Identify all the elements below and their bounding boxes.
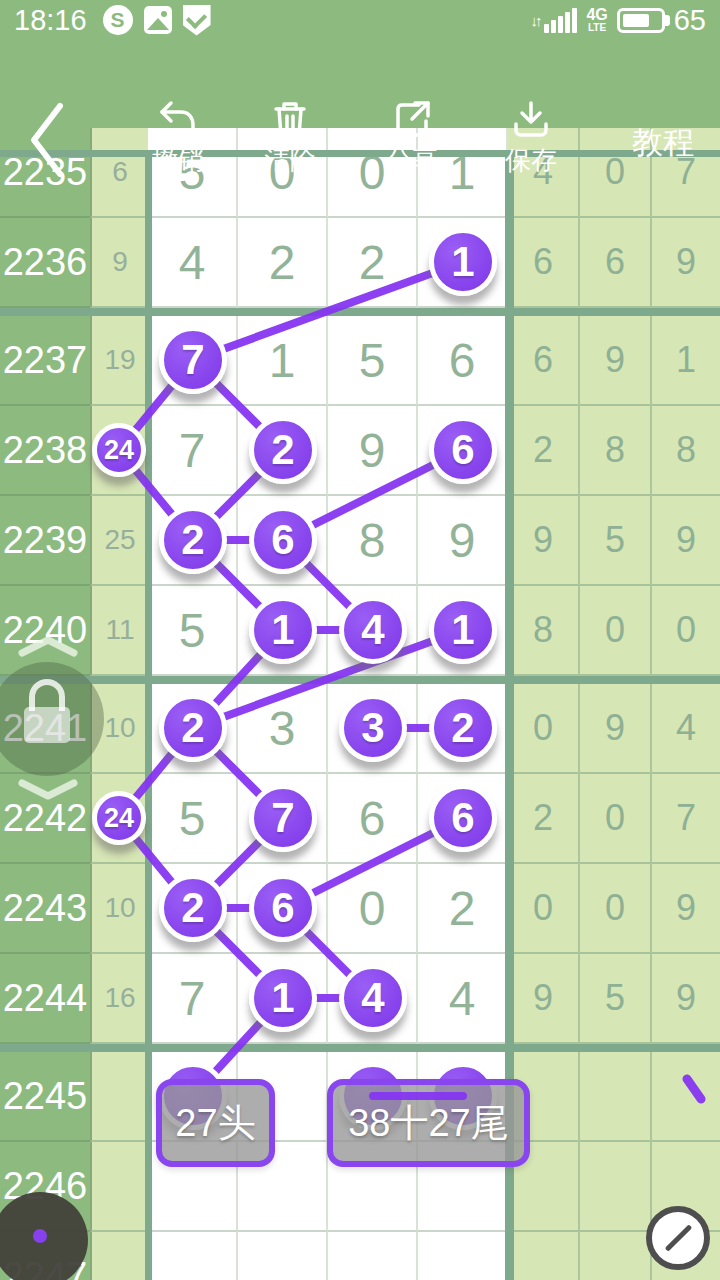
mark-circle[interactable]: 2: [159, 874, 227, 942]
period-label: 2238: [0, 406, 90, 496]
back-button[interactable]: [26, 100, 66, 180]
stat-cell[interactable]: 10: [90, 864, 148, 954]
tail-cell[interactable]: 9: [508, 496, 580, 586]
group-separator: [0, 676, 720, 684]
tail-cell[interactable]: 1: [652, 316, 720, 406]
digit-cell[interactable]: 5: [148, 586, 238, 676]
digit-cell[interactable]: [148, 1232, 238, 1280]
digit-cell[interactable]: 7: [148, 954, 238, 1044]
digit-cell[interactable]: [418, 1232, 508, 1280]
share-label: 分享: [386, 143, 438, 178]
digit-cell[interactable]: 8: [328, 496, 418, 586]
tail-cell[interactable]: 9: [580, 684, 652, 774]
mark-circle[interactable]: 2: [159, 506, 227, 574]
mark-circle[interactable]: 2: [429, 694, 497, 762]
battery-percent: 65: [674, 4, 706, 37]
app-screen: 18:16 S ↓↑ 4G LTE 65: [0, 0, 720, 1280]
tail-cell[interactable]: 2: [508, 406, 580, 496]
clear-label: 清除: [264, 143, 316, 178]
tail-cell[interactable]: 0: [580, 864, 652, 954]
digit-cell[interactable]: 0: [328, 864, 418, 954]
annotation-label[interactable]: 38十27尾: [327, 1079, 530, 1167]
save-button[interactable]: 保存: [466, 96, 596, 178]
digit-cell[interactable]: 2: [418, 864, 508, 954]
digit-cell[interactable]: 2: [328, 218, 418, 308]
stat-cell[interactable]: 19: [90, 316, 148, 406]
stat-cell[interactable]: 25: [90, 496, 148, 586]
data-arrows-icon: ↓↑: [530, 12, 539, 29]
battery-icon: [617, 8, 665, 33]
mark-circle[interactable]: 24: [92, 791, 146, 845]
trash-icon: [267, 96, 313, 142]
group-separator: [0, 308, 720, 316]
mark-circle[interactable]: 6: [249, 506, 317, 574]
tail-cell[interactable]: 2: [508, 774, 580, 864]
digit-cell[interactable]: 4: [418, 954, 508, 1044]
scroll-up-chevron[interactable]: [16, 635, 80, 659]
tail-cell[interactable]: 9: [508, 954, 580, 1044]
digit-cell[interactable]: 6: [328, 774, 418, 864]
column-divider: [145, 150, 152, 1280]
tail-cell[interactable]: [580, 1142, 652, 1232]
stat-cell[interactable]: [90, 1052, 148, 1142]
digit-cell[interactable]: 3: [238, 684, 328, 774]
tail-cell[interactable]: 9: [652, 864, 720, 954]
save-label: 保存: [505, 143, 557, 178]
tail-cell[interactable]: 9: [580, 316, 652, 406]
digit-cell[interactable]: 5: [148, 774, 238, 864]
tail-cell[interactable]: [508, 1232, 580, 1280]
status-right-cluster: ↓↑ 4G LTE 65: [530, 4, 706, 37]
tail-cell[interactable]: 6: [580, 218, 652, 308]
undo-button[interactable]: 撤销: [113, 96, 243, 178]
stat-cell[interactable]: 16: [90, 954, 148, 1044]
download-icon: [508, 96, 554, 142]
digit-cell[interactable]: 6: [418, 316, 508, 406]
mark-circle[interactable]: 4: [339, 964, 407, 1032]
tail-cell[interactable]: 8: [508, 586, 580, 676]
mark-circle[interactable]: 6: [429, 416, 497, 484]
stat-cell[interactable]: 9: [90, 218, 148, 308]
tail-cell[interactable]: 4: [652, 684, 720, 774]
period-label: 2236: [0, 218, 90, 308]
tail-cell[interactable]: 6: [508, 218, 580, 308]
pencil-tool-button[interactable]: [646, 1206, 710, 1270]
share-button[interactable]: 分享: [347, 96, 477, 178]
stat-cell[interactable]: 11: [90, 586, 148, 676]
tail-cell[interactable]: 0: [580, 586, 652, 676]
tail-cell[interactable]: [652, 1052, 720, 1142]
mark-circle[interactable]: 24: [92, 423, 146, 477]
shield-download-icon: [183, 5, 211, 36]
digit-cell[interactable]: 7: [148, 406, 238, 496]
signal-bars-icon: [544, 7, 577, 33]
status-bar: 18:16 S ↓↑ 4G LTE 65: [0, 0, 720, 40]
chart-row: 2247: [0, 1232, 720, 1280]
mark-circle[interactable]: 1: [429, 228, 497, 296]
mark-circle[interactable]: 2: [249, 416, 317, 484]
chart-row: 223719156691: [0, 316, 720, 406]
digit-cell[interactable]: 9: [418, 496, 508, 586]
mark-circle[interactable]: 6: [249, 874, 317, 942]
annotation-label[interactable]: 27头: [156, 1079, 275, 1167]
digit-cell[interactable]: 1: [238, 316, 328, 406]
tail-cell[interactable]: [580, 1052, 652, 1142]
digit-cell[interactable]: 5: [328, 316, 418, 406]
undo-label: 撤销: [152, 143, 204, 178]
s-app-icon: S: [103, 5, 133, 35]
tail-cell[interactable]: 7: [652, 774, 720, 864]
mark-circle[interactable]: 2: [159, 694, 227, 762]
digit-cell[interactable]: 2: [238, 218, 328, 308]
purple-dot-icon: [33, 1229, 47, 1243]
tail-cell[interactable]: 0: [580, 774, 652, 864]
tail-cell[interactable]: 5: [580, 496, 652, 586]
tail-cell[interactable]: 0: [508, 684, 580, 774]
chart-row: 22431002009: [0, 864, 720, 954]
tail-cell[interactable]: 8: [652, 406, 720, 496]
tail-cell[interactable]: 9: [652, 218, 720, 308]
digit-cell[interactable]: 4: [148, 218, 238, 308]
network-type-badge: 4G LTE: [586, 7, 607, 33]
chart-row: 22369422669: [0, 218, 720, 308]
gallery-icon: [144, 6, 172, 34]
scroll-down-chevron[interactable]: [16, 777, 80, 801]
tail-cell[interactable]: 5: [580, 954, 652, 1044]
tail-cell[interactable]: 9: [652, 496, 720, 586]
tail-cell[interactable]: 6: [508, 316, 580, 406]
mark-circle[interactable]: 1: [429, 596, 497, 664]
undo-icon: [155, 96, 201, 142]
share-icon: [389, 96, 435, 142]
mark-circle[interactable]: 1: [249, 964, 317, 1032]
tail-cell[interactable]: 0: [508, 864, 580, 954]
stat-cell[interactable]: [90, 1142, 148, 1232]
tail-cell[interactable]: 0: [652, 586, 720, 676]
clear-button[interactable]: 清除: [225, 96, 355, 178]
clock: 18:16: [14, 4, 87, 37]
tail-cell[interactable]: [580, 1232, 652, 1280]
mark-circle[interactable]: 1: [249, 596, 317, 664]
period-label: 2243: [0, 864, 90, 954]
mark-circle[interactable]: 7: [249, 784, 317, 852]
tutorial-button[interactable]: 教程: [632, 122, 694, 164]
digit-cell[interactable]: 9: [328, 406, 418, 496]
stat-cell[interactable]: [90, 1232, 148, 1280]
period-label: 2244: [0, 954, 90, 1044]
period-label: 2237: [0, 316, 90, 406]
digit-cell[interactable]: [238, 1232, 328, 1280]
pencil-icon: [664, 1224, 692, 1252]
period-label: 2239: [0, 496, 90, 586]
digit-cell[interactable]: [328, 1232, 418, 1280]
tail-cell[interactable]: 9: [652, 954, 720, 1044]
group-separator: [0, 1044, 720, 1052]
tail-cell[interactable]: 8: [580, 406, 652, 496]
period-label: 2245: [0, 1052, 90, 1142]
toolbar: 撤销 清除 分享 保存 教程: [0, 40, 720, 150]
mark-circle[interactable]: 7: [159, 326, 227, 394]
mark-circle[interactable]: 6: [429, 784, 497, 852]
mark-circle[interactable]: 3: [339, 694, 407, 762]
notification-icons: S: [103, 5, 211, 36]
chart-row: 22392589959: [0, 496, 720, 586]
mark-circle[interactable]: 4: [339, 596, 407, 664]
